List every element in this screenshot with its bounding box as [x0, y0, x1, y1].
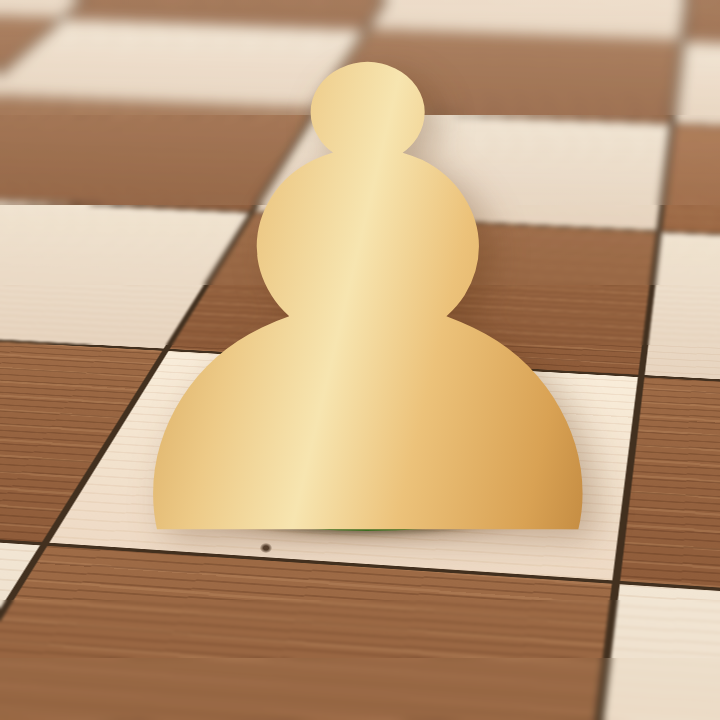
pawn-glyph: ♟	[47, 0, 690, 628]
chessboard-photo-scene: ♟	[0, 0, 720, 720]
